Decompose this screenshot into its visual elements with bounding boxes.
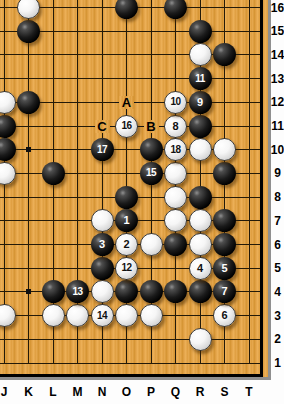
- move-number: 12: [121, 263, 131, 273]
- stone-black-O7: 1: [115, 209, 138, 232]
- letter-dash-right: [158, 126, 163, 127]
- stone-black-R11: [189, 115, 212, 138]
- stone-black-R15: [189, 20, 212, 43]
- stone-black-R13: 11: [189, 67, 212, 90]
- stone-white-M3: [66, 304, 89, 327]
- stone-white-P3: [140, 304, 163, 327]
- stone-white-K16: [17, 0, 40, 19]
- move-number: 14: [97, 310, 107, 320]
- stone-black-L4: [42, 280, 65, 303]
- move-number: 4: [197, 262, 203, 273]
- stone-black-Q4: [164, 280, 187, 303]
- stone-white-O6: 2: [115, 233, 138, 256]
- stone-white-O3: [115, 304, 138, 327]
- move-number: 18: [170, 144, 180, 154]
- right-coordinate-label-1: 1: [271, 355, 284, 371]
- bottom-coordinate-label-L: L: [43, 383, 63, 401]
- right-coordinate-label-10: 10: [271, 142, 284, 158]
- stone-white-J12: [0, 91, 16, 114]
- right-coordinate-label-6: 6: [271, 237, 284, 253]
- stone-black-N5: [91, 257, 114, 280]
- stone-black-O8: [115, 186, 138, 209]
- stone-white-R14: [189, 43, 212, 66]
- move-number: 15: [146, 168, 156, 178]
- move-number: 9: [197, 96, 203, 107]
- stone-white-O11: 16: [115, 115, 138, 138]
- star-point-K10: [26, 147, 31, 152]
- stone-white-J3: [0, 304, 16, 327]
- stone-white-R2: [189, 328, 212, 351]
- grid-horizontal-line-1: [0, 363, 262, 364]
- stone-white-Q9: [164, 162, 187, 185]
- stone-black-S9: [213, 162, 236, 185]
- stone-white-R6: [189, 233, 212, 256]
- right-coordinate-label-5: 5: [271, 260, 284, 276]
- bottom-coordinate-label-M: M: [68, 383, 88, 401]
- stone-black-J11: [0, 115, 16, 138]
- stone-white-S10: [213, 138, 236, 161]
- stone-black-L9: [42, 162, 65, 185]
- bottom-coordinate-label-S: S: [215, 383, 235, 401]
- stone-black-K15: [17, 20, 40, 43]
- grid-horizontal-line-2: [0, 339, 262, 340]
- right-coordinate-label-16: 16: [271, 0, 284, 16]
- move-number: 2: [123, 239, 129, 250]
- letter-mark-A[interactable]: A: [119, 96, 134, 109]
- stone-black-O4: [115, 280, 138, 303]
- move-number: 5: [221, 262, 227, 273]
- stone-black-S5: 5: [213, 257, 236, 280]
- right-coordinate-label-7: 7: [271, 213, 284, 229]
- bottom-coordinate-label-O: O: [117, 383, 137, 401]
- stone-white-S3: 6: [213, 304, 236, 327]
- stone-white-Q11: 8: [164, 115, 187, 138]
- stone-black-S14: [213, 43, 236, 66]
- stone-black-P4: [140, 280, 163, 303]
- bottom-coordinate-label-P: P: [141, 383, 161, 401]
- bottom-coordinate-label-J: J: [0, 383, 14, 401]
- stone-white-R7: [189, 209, 212, 232]
- move-number: 3: [99, 239, 105, 250]
- stone-white-N3: 14: [91, 304, 114, 327]
- go-kifu-diagram: ABC123456789101112131415161718 JKLMNOPQR…: [0, 0, 284, 404]
- go-board-surface[interactable]: ABC123456789101112131415161718: [0, 0, 271, 380]
- letter-mark-C[interactable]: C: [95, 120, 110, 133]
- stone-white-O5: 12: [115, 257, 138, 280]
- right-coordinate-label-14: 14: [271, 47, 284, 63]
- stone-black-Q6: [164, 233, 187, 256]
- letter-dash-right: [109, 126, 114, 127]
- right-coordinate-label-4: 4: [271, 284, 284, 300]
- right-coordinate-label-8: 8: [271, 189, 284, 205]
- bottom-coordinate-label-T: T: [239, 383, 259, 401]
- letter-dash-below: [126, 109, 127, 114]
- stone-black-K12: [17, 91, 40, 114]
- stone-white-Q8: [164, 186, 187, 209]
- right-coordinate-label-13: 13: [271, 71, 284, 87]
- stone-white-J9: [0, 162, 16, 185]
- right-coordinate-label-15: 15: [271, 23, 284, 39]
- right-coordinate-label-9: 9: [271, 165, 284, 181]
- bottom-coordinate-label-N: N: [92, 383, 112, 401]
- stone-white-R10: [189, 138, 212, 161]
- stone-black-P10: [140, 138, 163, 161]
- move-number: 17: [97, 144, 107, 154]
- letter-mark-B[interactable]: B: [144, 120, 159, 133]
- stone-white-Q12: 10: [164, 91, 187, 114]
- stone-white-R5: 4: [189, 257, 212, 280]
- stone-black-J10: [0, 138, 16, 161]
- stone-black-Q16: [164, 0, 187, 19]
- stone-white-N7: [91, 209, 114, 232]
- stone-black-M4: 13: [66, 280, 89, 303]
- stone-white-L3: [42, 304, 65, 327]
- board-right-edge: [260, 0, 263, 377]
- right-coordinate-label-11: 11: [271, 118, 284, 134]
- stone-black-N10: 17: [91, 138, 114, 161]
- move-number: 1: [123, 215, 129, 226]
- right-coordinate-label-2: 2: [271, 331, 284, 347]
- stone-black-R4: [189, 280, 212, 303]
- right-coordinate-label-12: 12: [271, 94, 284, 110]
- right-coordinate-label-3: 3: [271, 308, 284, 324]
- stone-black-S6: [213, 233, 236, 256]
- stone-white-Q10: 18: [164, 138, 187, 161]
- move-number: 7: [221, 286, 227, 297]
- letter-dash-right: [134, 102, 139, 103]
- bottom-coordinate-label-Q: Q: [166, 383, 186, 401]
- stone-white-N4: [91, 280, 114, 303]
- stone-black-S7: [213, 209, 236, 232]
- stone-white-P6: [140, 233, 163, 256]
- move-number: 6: [221, 310, 227, 321]
- move-number: 11: [195, 73, 205, 83]
- stone-black-P9: 15: [140, 162, 163, 185]
- grid-horizontal-line-13: [0, 78, 262, 79]
- move-number: 8: [172, 120, 178, 131]
- bottom-coordinate-label-R: R: [190, 383, 210, 401]
- stone-black-R8: [189, 186, 212, 209]
- stone-black-S4: 7: [213, 280, 236, 303]
- bottom-coordinate-label-K: K: [19, 383, 39, 401]
- move-number: 13: [72, 286, 82, 296]
- stone-black-N6: 3: [91, 233, 114, 256]
- stone-white-Q7: [164, 209, 187, 232]
- stone-black-O16: [115, 0, 138, 19]
- stone-black-R12: 9: [189, 91, 212, 114]
- star-point-K4: [26, 289, 31, 294]
- move-number: 10: [170, 97, 180, 107]
- move-number: 16: [121, 121, 131, 131]
